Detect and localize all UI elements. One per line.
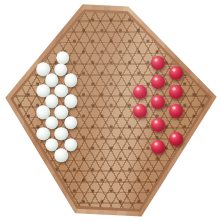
red-marble[interactable]: [169, 104, 183, 118]
white-marble[interactable]: [64, 116, 78, 130]
red-marble[interactable]: [169, 132, 183, 146]
product-photo: [0, 0, 222, 222]
red-marble[interactable]: [169, 85, 183, 99]
red-marble[interactable]: [151, 95, 165, 109]
red-marble[interactable]: [133, 104, 147, 118]
game-board[interactable]: [2, 1, 220, 221]
white-marble[interactable]: [54, 148, 68, 162]
red-marble[interactable]: [151, 56, 165, 70]
red-marble[interactable]: [151, 140, 165, 154]
red-marble[interactable]: [151, 118, 165, 132]
red-marble[interactable]: [151, 75, 165, 89]
white-marble[interactable]: [64, 94, 78, 108]
red-marble[interactable]: [133, 85, 147, 99]
red-marble[interactable]: [169, 66, 183, 80]
